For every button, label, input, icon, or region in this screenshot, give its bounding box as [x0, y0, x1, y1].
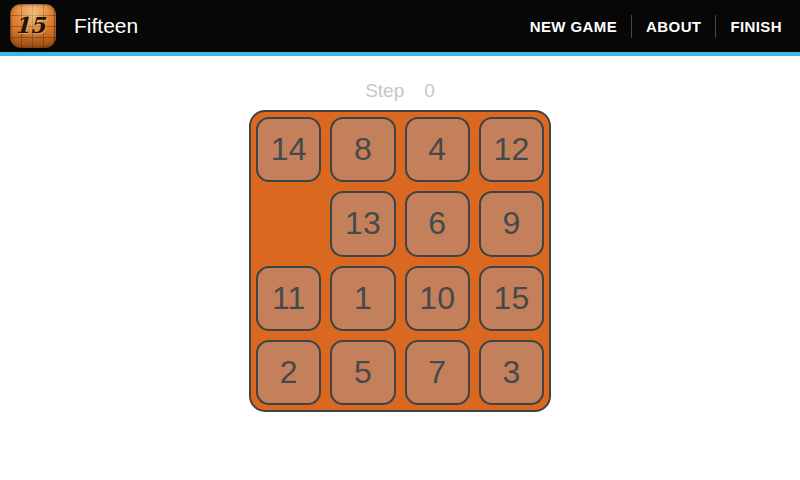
tile-13[interactable]: 13 [330, 191, 395, 256]
tile-5[interactable]: 5 [330, 340, 395, 405]
tile-4[interactable]: 4 [405, 117, 470, 182]
tile-2[interactable]: 2 [256, 340, 321, 405]
tile-9[interactable]: 9 [479, 191, 544, 256]
tile-7[interactable]: 7 [405, 340, 470, 405]
about-button[interactable]: ABOUT [632, 0, 715, 52]
tile-10[interactable]: 10 [405, 266, 470, 331]
app-icon-15-glyph: 15 [15, 12, 46, 38]
tile-11[interactable]: 11 [256, 266, 321, 331]
tile-3[interactable]: 3 [479, 340, 544, 405]
tile-1[interactable]: 1 [330, 266, 395, 331]
action-bar: 15 Fifteen NEW GAME ABOUT FINISH [0, 0, 800, 52]
tile-8[interactable]: 8 [330, 117, 395, 182]
actionbar-accent-line [0, 52, 800, 56]
finish-button[interactable]: FINISH [716, 0, 796, 52]
app-icon: 15 [10, 4, 56, 48]
step-counter: Step 0 [0, 80, 800, 102]
step-value: 0 [424, 80, 435, 102]
tile-12[interactable]: 12 [479, 117, 544, 182]
puzzle-board: 148412136911110152573 [249, 110, 551, 412]
empty-cell [256, 191, 321, 256]
tile-14[interactable]: 14 [256, 117, 321, 182]
app-title: Fifteen [74, 14, 138, 38]
new-game-button[interactable]: NEW GAME [516, 0, 631, 52]
step-label: Step [365, 80, 404, 102]
tile-15[interactable]: 15 [479, 266, 544, 331]
tile-6[interactable]: 6 [405, 191, 470, 256]
